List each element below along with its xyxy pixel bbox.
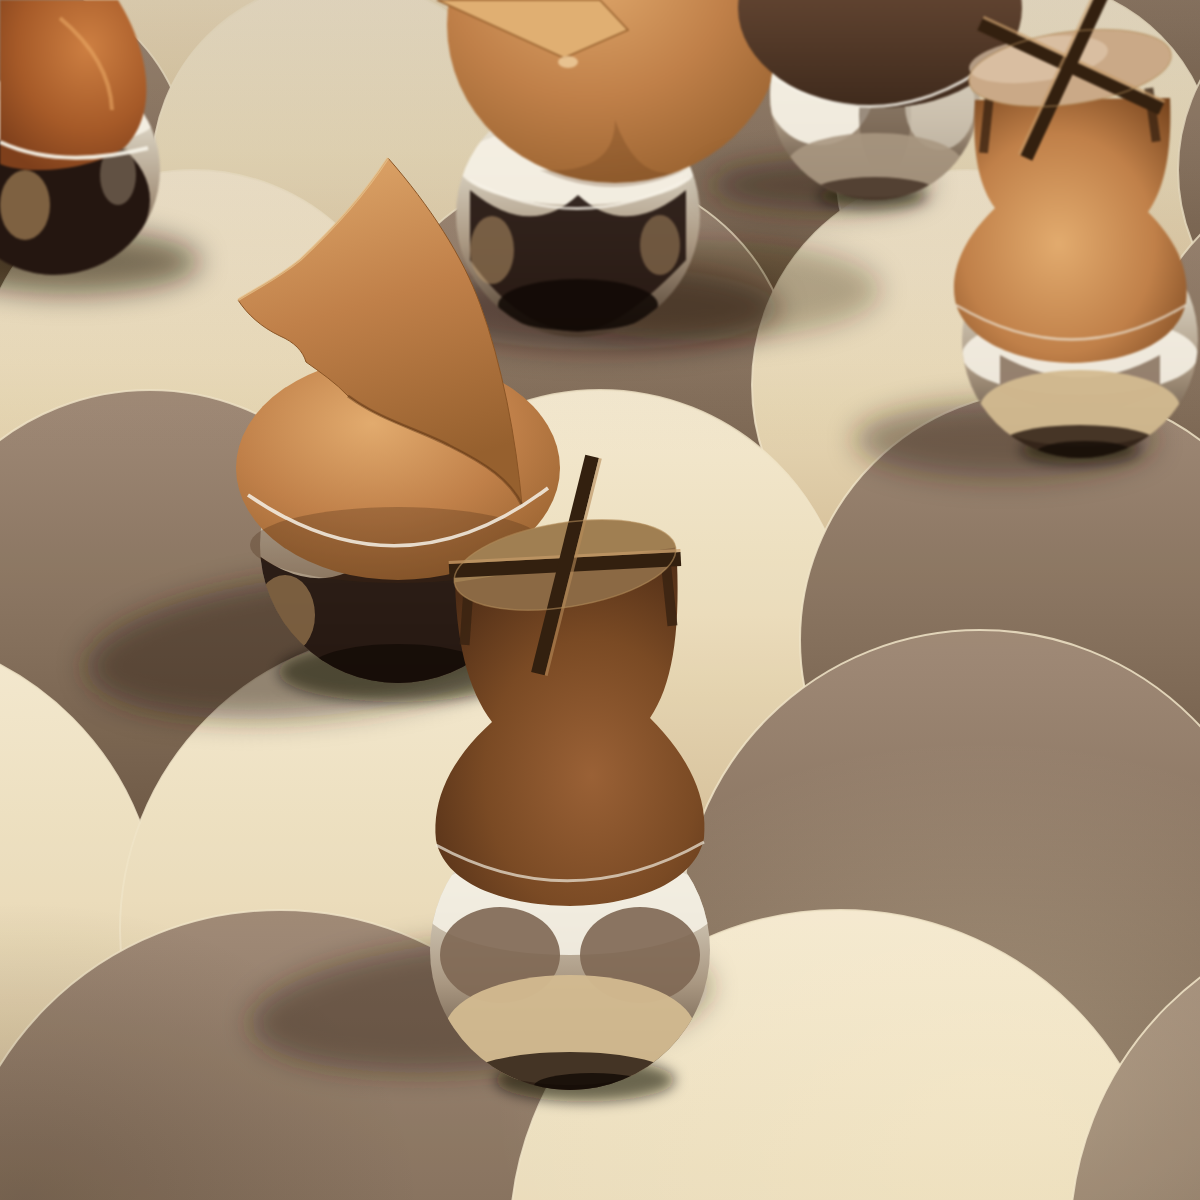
chessboard-photo [0, 0, 1200, 1200]
pawn-top-left-wood-body [0, 0, 146, 170]
bishop-facet-specular [558, 56, 578, 68]
piece-pawn-top-left[interactable] [0, 0, 200, 294]
dark-rook-body [435, 562, 704, 906]
chess-pieces-layer [0, 0, 1200, 1200]
